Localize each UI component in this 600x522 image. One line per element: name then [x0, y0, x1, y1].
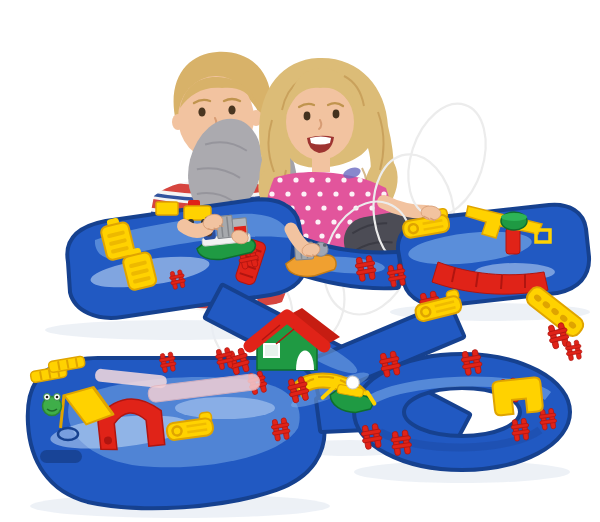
girl-teeth	[310, 137, 331, 145]
yellow-crate	[156, 202, 178, 215]
u-lock	[492, 377, 543, 416]
carry-handle-slot	[40, 450, 82, 463]
crane-drum-top	[501, 213, 527, 221]
frog-figure	[43, 394, 62, 416]
product-photo	[0, 0, 600, 522]
girl-eye-left	[304, 112, 311, 121]
red-fence	[564, 340, 583, 362]
boy-eye-left	[198, 107, 205, 116]
boy-eye-right	[228, 105, 235, 114]
girl-neck	[312, 156, 330, 172]
house-window	[264, 344, 279, 357]
crane-post	[506, 228, 520, 254]
boy-forearm-left	[184, 226, 207, 231]
girl-eye-right	[333, 110, 340, 119]
